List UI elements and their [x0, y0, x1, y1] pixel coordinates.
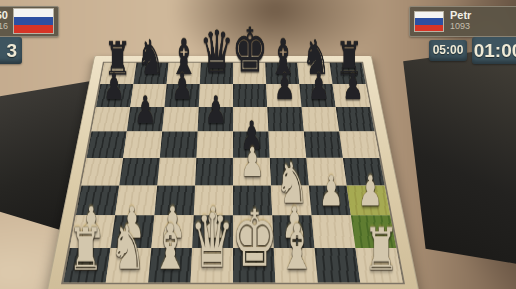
square-e8[interactable]: ♚: [233, 63, 266, 85]
piece-white-rook-h1[interactable]: ♜: [363, 220, 398, 279]
russia-flag-icon: [13, 8, 54, 34]
square-b8[interactable]: ♞: [133, 63, 168, 85]
player-rating-left: 916: [0, 21, 8, 32]
piece-black-pawn-h7[interactable]: ♟: [342, 68, 364, 105]
board-frame: ♜♞♝♛♚♝♞♜♟♟♟♟♟♟♟♟♟♞♟♟♟♟♟♟♟♜♞♝♛♚♝♜: [46, 56, 420, 289]
square-d8[interactable]: ♛: [200, 63, 233, 85]
square-a7[interactable]: ♟: [96, 84, 133, 107]
piece-white-bishop-c1[interactable]: ♝: [151, 216, 188, 279]
square-h1[interactable]: ♜: [355, 248, 402, 283]
square-b4[interactable]: [119, 158, 160, 186]
russia-flag-icon: [414, 11, 444, 32]
square-c1[interactable]: ♝: [148, 248, 192, 283]
board-grid: ♜♞♝♛♚♝♞♜♟♟♟♟♟♟♟♟♟♞♟♟♟♟♟♟♟♜♞♝♛♚♝♜: [61, 62, 405, 284]
square-f6[interactable]: [267, 107, 304, 131]
player-panel-left: 60 916: [0, 6, 59, 37]
square-c7[interactable]: ♟: [164, 84, 199, 107]
square-f7[interactable]: ♟: [266, 84, 301, 107]
piece-black-king-e8[interactable]: ♚: [231, 20, 267, 82]
square-b1[interactable]: ♞: [106, 248, 152, 283]
chess-board: ♜♞♝♛♚♝♞♜♟♟♟♟♟♟♟♟♟♞♟♟♟♟♟♟♟♜♞♝♛♚♝♜: [46, 56, 420, 289]
piece-black-queen-d8[interactable]: ♛: [199, 23, 234, 81]
flag-stripe-white: [14, 9, 53, 17]
piece-black-pawn-a7[interactable]: ♟: [103, 68, 125, 105]
piece-black-knight-b8[interactable]: ♞: [136, 34, 164, 82]
piece-white-queen-d1[interactable]: ♛: [190, 204, 234, 279]
square-g1[interactable]: [315, 248, 361, 283]
square-b6[interactable]: ♟: [127, 107, 165, 131]
player-panel-right: Petr 1093: [409, 6, 516, 37]
square-g2[interactable]: [312, 215, 356, 247]
piece-black-pawn-g7[interactable]: ♟: [308, 68, 330, 105]
clock-right-primary: 01:00: [472, 37, 516, 64]
square-a5[interactable]: [87, 131, 127, 157]
piece-white-pawn-e4[interactable]: ♟: [240, 142, 264, 182]
chess-app-screen: ♜♞♝♛♚♝♞♜♟♟♟♟♟♟♟♟♟♞♟♟♟♟♟♟♟♜♞♝♛♚♝♜ 60 916 …: [0, 0, 516, 289]
square-h3[interactable]: ♟: [347, 185, 390, 215]
square-h5[interactable]: [339, 131, 379, 157]
square-d4[interactable]: [195, 158, 233, 186]
piece-black-pawn-c7[interactable]: ♟: [171, 68, 193, 105]
square-e1[interactable]: ♚: [233, 248, 275, 283]
square-h7[interactable]: ♟: [333, 84, 370, 107]
square-a6[interactable]: [91, 107, 130, 131]
square-c6[interactable]: [162, 107, 199, 131]
square-d6[interactable]: ♟: [198, 107, 233, 131]
flag-stripe-red: [14, 25, 53, 33]
piece-black-pawn-d6[interactable]: ♟: [204, 91, 226, 129]
player-rating-right: 1093: [450, 21, 471, 32]
piece-black-pawn-b6[interactable]: ♟: [134, 91, 156, 129]
player-name-left: 60: [0, 9, 8, 21]
piece-white-pawn-h3[interactable]: ♟: [358, 170, 383, 212]
square-a4[interactable]: [81, 158, 123, 186]
square-f1[interactable]: ♝: [274, 248, 318, 283]
piece-white-bishop-f1[interactable]: ♝: [278, 216, 315, 279]
square-g6[interactable]: [302, 107, 340, 131]
player-name-right: Petr: [450, 9, 471, 21]
square-e7[interactable]: [233, 84, 267, 107]
piece-white-king-e1[interactable]: ♚: [231, 200, 277, 279]
clock-right-secondary: 05:00: [429, 40, 467, 61]
square-d1[interactable]: ♛: [191, 248, 233, 283]
flag-stripe-blue: [14, 17, 53, 25]
piece-black-pawn-f7[interactable]: ♟: [273, 68, 295, 105]
square-g5[interactable]: [304, 131, 343, 157]
piece-white-rook-a1[interactable]: ♜: [68, 220, 103, 279]
square-e4[interactable]: ♟: [233, 158, 271, 186]
flag-stripe-red: [415, 25, 443, 31]
square-a1[interactable]: ♜: [63, 248, 110, 283]
square-c4[interactable]: [157, 158, 196, 186]
piece-white-pawn-g3[interactable]: ♟: [318, 170, 343, 212]
square-h6[interactable]: [336, 107, 375, 131]
clock-left-primary: 3: [0, 37, 22, 64]
square-b5[interactable]: [123, 131, 162, 157]
square-d5[interactable]: [196, 131, 233, 157]
square-c5[interactable]: [160, 131, 198, 157]
piece-white-knight-b1[interactable]: ♞: [109, 218, 145, 279]
square-g7[interactable]: ♟: [299, 84, 335, 107]
